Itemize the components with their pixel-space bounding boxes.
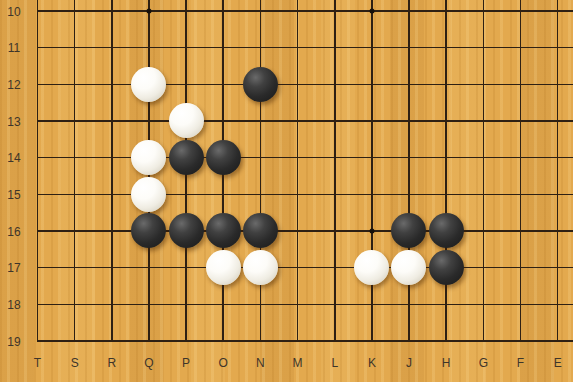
board-point-H18[interactable]	[427, 286, 464, 323]
board-point-J19[interactable]	[390, 323, 427, 360]
board-point-N16[interactable]	[242, 213, 279, 250]
board-point-E11[interactable]	[539, 29, 573, 66]
board-point-K13[interactable]	[353, 103, 390, 140]
board-point-R14[interactable]	[93, 139, 130, 176]
board-point-G15[interactable]	[465, 176, 502, 213]
board-point-H14[interactable]	[427, 139, 464, 176]
board-point-R19[interactable]	[93, 323, 130, 360]
board-point-T15[interactable]	[19, 176, 56, 213]
board-point-F19[interactable]	[502, 323, 539, 360]
board-point-S11[interactable]	[56, 29, 93, 66]
board-point-K19[interactable]	[353, 323, 390, 360]
board-point-E10[interactable]	[539, 0, 573, 29]
board-point-R13[interactable]	[93, 103, 130, 140]
board-point-G12[interactable]	[465, 66, 502, 103]
board-point-G17[interactable]	[465, 249, 502, 286]
white-stone-J17	[391, 250, 426, 285]
board-point-S10[interactable]	[56, 0, 93, 29]
board-point-O16[interactable]	[205, 213, 242, 250]
board-point-T10[interactable]	[19, 0, 56, 29]
board-point-E14[interactable]	[539, 139, 573, 176]
white-stone-K17	[354, 250, 389, 285]
board-point-R15[interactable]	[93, 176, 130, 213]
board-point-M19[interactable]	[279, 323, 316, 360]
board-point-L14[interactable]	[316, 139, 353, 176]
board-point-E19[interactable]	[539, 323, 573, 360]
board-point-J12[interactable]	[390, 66, 427, 103]
black-stone-P14	[169, 140, 204, 175]
board-point-P18[interactable]	[167, 286, 204, 323]
board-point-M11[interactable]	[279, 29, 316, 66]
board-point-P13[interactable]	[167, 103, 204, 140]
board-point-E16[interactable]	[539, 213, 573, 250]
board-point-R18[interactable]	[93, 286, 130, 323]
board-point-G18[interactable]	[465, 286, 502, 323]
board-point-L15[interactable]	[316, 176, 353, 213]
board-point-H10[interactable]	[427, 0, 464, 29]
black-stone-H16	[429, 213, 464, 248]
black-stone-N16	[243, 213, 278, 248]
board-point-L19[interactable]	[316, 323, 353, 360]
white-stone-P13	[169, 103, 204, 138]
black-stone-Q16	[131, 213, 166, 248]
board-point-F10[interactable]	[502, 0, 539, 29]
board-point-H15[interactable]	[427, 176, 464, 213]
board-point-H13[interactable]	[427, 103, 464, 140]
board-point-K11[interactable]	[353, 29, 390, 66]
black-stone-H17	[429, 250, 464, 285]
board-point-L18[interactable]	[316, 286, 353, 323]
board-point-R17[interactable]	[93, 249, 130, 286]
board-point-T13[interactable]	[19, 103, 56, 140]
board-point-K14[interactable]	[353, 139, 390, 176]
board-point-O17[interactable]	[205, 249, 242, 286]
board-point-J14[interactable]	[390, 139, 427, 176]
board-point-O14[interactable]	[205, 139, 242, 176]
board-point-K16[interactable]	[353, 213, 390, 250]
board-point-F16[interactable]	[502, 213, 539, 250]
board-point-F11[interactable]	[502, 29, 539, 66]
board-point-P16[interactable]	[167, 213, 204, 250]
board-point-G11[interactable]	[465, 29, 502, 66]
board-point-N19[interactable]	[242, 323, 279, 360]
board-point-O10[interactable]	[205, 0, 242, 29]
board-point-E18[interactable]	[539, 286, 573, 323]
board-point-P15[interactable]	[167, 176, 204, 213]
board-point-L17[interactable]	[316, 249, 353, 286]
board-point-P11[interactable]	[167, 29, 204, 66]
board-point-M10[interactable]	[279, 0, 316, 29]
board-point-N11[interactable]	[242, 29, 279, 66]
board-point-J10[interactable]	[390, 0, 427, 29]
black-stone-N12	[243, 67, 278, 102]
board-point-O15[interactable]	[205, 176, 242, 213]
board-point-Q16[interactable]	[130, 213, 167, 250]
board-point-O11[interactable]	[205, 29, 242, 66]
board-point-J18[interactable]	[390, 286, 427, 323]
board-point-K12[interactable]	[353, 66, 390, 103]
board-point-R11[interactable]	[93, 29, 130, 66]
board-point-F13[interactable]	[502, 103, 539, 140]
board-point-N12[interactable]	[242, 66, 279, 103]
board-point-H17[interactable]	[427, 249, 464, 286]
board-point-O12[interactable]	[205, 66, 242, 103]
board-point-Q14[interactable]	[130, 139, 167, 176]
board-point-S18[interactable]	[56, 286, 93, 323]
board-point-N17[interactable]	[242, 249, 279, 286]
board-point-N10[interactable]	[242, 0, 279, 29]
board-point-N18[interactable]	[242, 286, 279, 323]
black-stone-O16	[206, 213, 241, 248]
black-stone-P16	[169, 213, 204, 248]
board-point-S14[interactable]	[56, 139, 93, 176]
board-point-G16[interactable]	[465, 213, 502, 250]
board-point-M17[interactable]	[279, 249, 316, 286]
board-point-P12[interactable]	[167, 66, 204, 103]
board-point-H19[interactable]	[427, 323, 464, 360]
board-point-O18[interactable]	[205, 286, 242, 323]
white-stone-Q14	[131, 140, 166, 175]
board-point-T16[interactable]	[19, 213, 56, 250]
board-point-Q12[interactable]	[130, 66, 167, 103]
board-point-S16[interactable]	[56, 213, 93, 250]
board-point-O19[interactable]	[205, 323, 242, 360]
board-point-L10[interactable]	[316, 0, 353, 29]
board-point-S17[interactable]	[56, 249, 93, 286]
board-point-K17[interactable]	[353, 249, 390, 286]
board-point-K18[interactable]	[353, 286, 390, 323]
board-point-G10[interactable]	[465, 0, 502, 29]
board-point-T12[interactable]	[19, 66, 56, 103]
board-point-L13[interactable]	[316, 103, 353, 140]
board-point-G19[interactable]	[465, 323, 502, 360]
board-point-Q18[interactable]	[130, 286, 167, 323]
board-point-S19[interactable]	[56, 323, 93, 360]
board-point-L11[interactable]	[316, 29, 353, 66]
board-point-Q17[interactable]	[130, 249, 167, 286]
white-stone-Q12	[131, 67, 166, 102]
board-point-M18[interactable]	[279, 286, 316, 323]
board-point-L16[interactable]	[316, 213, 353, 250]
board-point-N15[interactable]	[242, 176, 279, 213]
board-point-H11[interactable]	[427, 29, 464, 66]
board-point-H12[interactable]	[427, 66, 464, 103]
board-point-K10[interactable]	[353, 0, 390, 29]
board-point-N13[interactable]	[242, 103, 279, 140]
board-point-T19[interactable]	[19, 323, 56, 360]
board-point-J16[interactable]	[390, 213, 427, 250]
board-point-Q19[interactable]	[130, 323, 167, 360]
board-points-grid	[19, 0, 573, 359]
board-point-G13[interactable]	[465, 103, 502, 140]
board-point-S15[interactable]	[56, 176, 93, 213]
board-point-R12[interactable]	[93, 66, 130, 103]
board-point-P14[interactable]	[167, 139, 204, 176]
board-point-N14[interactable]	[242, 139, 279, 176]
board-point-T11[interactable]	[19, 29, 56, 66]
board-point-M16[interactable]	[279, 213, 316, 250]
white-stone-O17	[206, 250, 241, 285]
board-point-O13[interactable]	[205, 103, 242, 140]
board-point-R10[interactable]	[93, 0, 130, 29]
go-board: 10111213141516171819TSRQPONMLKJHGFE	[0, 0, 573, 382]
board-point-H16[interactable]	[427, 213, 464, 250]
board-point-F15[interactable]	[502, 176, 539, 213]
board-point-E13[interactable]	[539, 103, 573, 140]
board-point-E12[interactable]	[539, 66, 573, 103]
board-point-G14[interactable]	[465, 139, 502, 176]
white-stone-Q15	[131, 177, 166, 212]
board-point-P19[interactable]	[167, 323, 204, 360]
board-point-J11[interactable]	[390, 29, 427, 66]
board-point-Q13[interactable]	[130, 103, 167, 140]
board-point-T17[interactable]	[19, 249, 56, 286]
board-point-P10[interactable]	[167, 0, 204, 29]
black-stone-J16	[391, 213, 426, 248]
board-point-S13[interactable]	[56, 103, 93, 140]
board-point-P17[interactable]	[167, 249, 204, 286]
board-point-F12[interactable]	[502, 66, 539, 103]
board-point-F17[interactable]	[502, 249, 539, 286]
board-point-R16[interactable]	[93, 213, 130, 250]
board-point-F14[interactable]	[502, 139, 539, 176]
board-point-Q11[interactable]	[130, 29, 167, 66]
white-stone-N17	[243, 250, 278, 285]
board-point-S12[interactable]	[56, 66, 93, 103]
board-point-F18[interactable]	[502, 286, 539, 323]
board-point-M15[interactable]	[279, 176, 316, 213]
board-point-Q15[interactable]	[130, 176, 167, 213]
black-stone-O14	[206, 140, 241, 175]
board-point-Q10[interactable]	[130, 0, 167, 29]
board-point-J15[interactable]	[390, 176, 427, 213]
board-point-M14[interactable]	[279, 139, 316, 176]
board-point-T14[interactable]	[19, 139, 56, 176]
board-point-J13[interactable]	[390, 103, 427, 140]
board-point-M12[interactable]	[279, 66, 316, 103]
board-point-M13[interactable]	[279, 103, 316, 140]
board-point-E17[interactable]	[539, 249, 573, 286]
board-point-T18[interactable]	[19, 286, 56, 323]
board-point-J17[interactable]	[390, 249, 427, 286]
board-point-L12[interactable]	[316, 66, 353, 103]
board-point-E15[interactable]	[539, 176, 573, 213]
board-point-K15[interactable]	[353, 176, 390, 213]
